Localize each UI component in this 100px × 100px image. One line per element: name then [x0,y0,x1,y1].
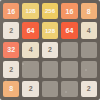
empty-cell-r4c2 [22,61,38,77]
tile-8-r5c1: 8 [3,81,19,97]
tile-16-r1c4: 16 [61,3,77,19]
tile-128-r2c3: 128 [42,22,58,38]
tile-2-r2c1: 2 [3,22,19,38]
tile-8-r1c5: 8 [81,3,97,19]
tile-128-r1c2: 128 [22,3,38,19]
tile-16-r1c1: 16 [3,3,19,19]
tile-2-r3c3: 2 [42,42,58,58]
empty-cell-r3c4 [61,42,77,58]
tile-64-r2c4: 64 [61,22,77,38]
tile-64-r2c2: 64 [22,22,38,38]
empty-cell-r4c3 [42,61,58,77]
empty-cell-r4c5 [81,61,97,77]
empty-cell-r3c5 [81,42,97,58]
tile-4-r2c5: 4 [81,22,97,38]
tile-2-r5c5: 2 [81,81,97,97]
tile-256-r1c3: 256 [42,3,58,19]
empty-cell-r5c3 [42,81,58,97]
tile-2-r5c2: 2 [22,81,38,97]
empty-cell-r4c4 [61,61,77,77]
tile-32-r3c1: 32 [3,42,19,58]
empty-cell-r5c4 [61,81,77,97]
tile-2-r4c1: 2 [3,61,19,77]
tile-4-r3c2: 4 [22,42,38,58]
2048-board[interactable]: 1612825616826412864432422822 [0,0,100,100]
